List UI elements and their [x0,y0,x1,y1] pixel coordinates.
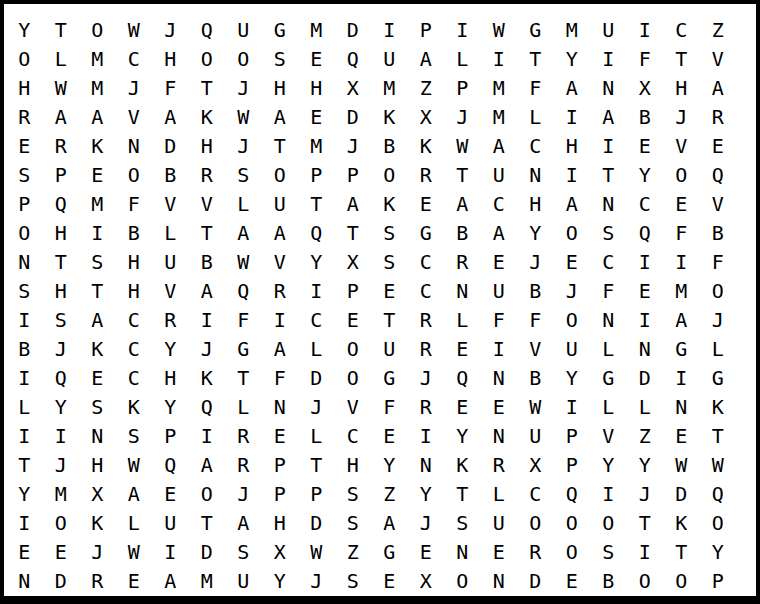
grid-cell-r5c19[interactable]: V [663,131,700,160]
grid-cell-r16c19[interactable]: W [663,451,700,480]
grid-cell-r18c3[interactable]: K [79,509,116,538]
grid-cell-r17c15[interactable]: C [517,480,554,509]
grid-cell-r15c1[interactable]: I [6,422,43,451]
grid-cell-r3c2[interactable]: W [43,73,80,102]
grid-cell-r5c5[interactable]: D [152,131,189,160]
grid-cell-r20c8[interactable]: Y [262,567,299,596]
grid-cell-r11c10[interactable]: E [335,305,372,334]
grid-cell-r12c15[interactable]: V [517,335,554,364]
grid-cell-r6c13[interactable]: T [444,160,481,189]
grid-cell-r20c14[interactable]: N [481,567,518,596]
grid-cell-r12c19[interactable]: G [663,335,700,364]
grid-cell-r3c19[interactable]: H [663,73,700,102]
grid-cell-r1c5[interactable]: J [152,15,189,44]
grid-cell-r20c17[interactable]: B [590,567,627,596]
grid-cell-r3c1[interactable]: H [6,73,43,102]
grid-cell-r5c9[interactable]: M [298,131,335,160]
grid-cell-r2c2[interactable]: L [43,44,80,73]
grid-cell-r12c6[interactable]: J [189,335,226,364]
grid-cell-r4c11[interactable]: K [371,102,408,131]
grid-cell-r19c20[interactable]: Y [700,538,737,567]
grid-cell-r6c14[interactable]: U [481,160,518,189]
grid-cell-r10c3[interactable]: T [79,276,116,305]
grid-cell-r1c8[interactable]: G [262,15,299,44]
grid-cell-r18c18[interactable]: T [627,509,664,538]
grid-cell-r8c9[interactable]: Q [298,218,335,247]
grid-cell-r11c5[interactable]: R [152,305,189,334]
grid-cell-r20c16[interactable]: E [554,567,591,596]
grid-cell-r15c11[interactable]: E [371,422,408,451]
grid-cell-r2c9[interactable]: E [298,44,335,73]
grid-cell-r9c20[interactable]: F [700,247,737,276]
grid-cell-r5c15[interactable]: C [517,131,554,160]
grid-cell-r14c16[interactable]: I [554,393,591,422]
grid-cell-r20c5[interactable]: A [152,567,189,596]
grid-cell-r12c7[interactable]: G [225,335,262,364]
grid-cell-r10c14[interactable]: U [481,276,518,305]
grid-cell-r20c19[interactable]: O [663,567,700,596]
grid-cell-r9c8[interactable]: V [262,247,299,276]
grid-cell-r13c10[interactable]: O [335,364,372,393]
grid-cell-r19c12[interactable]: E [408,538,445,567]
grid-cell-r1c11[interactable]: I [371,15,408,44]
grid-cell-r6c6[interactable]: R [189,160,226,189]
grid-cell-r14c15[interactable]: W [517,393,554,422]
grid-cell-r19c19[interactable]: T [663,538,700,567]
grid-cell-r19c18[interactable]: I [627,538,664,567]
grid-cell-r15c18[interactable]: Z [627,422,664,451]
grid-cell-r16c18[interactable]: Y [627,451,664,480]
grid-cell-r11c12[interactable]: R [408,305,445,334]
grid-cell-r13c18[interactable]: D [627,364,664,393]
grid-cell-r17c20[interactable]: Q [700,480,737,509]
grid-cell-r17c3[interactable]: X [79,480,116,509]
grid-cell-r14c3[interactable]: S [79,393,116,422]
grid-cell-r7c9[interactable]: T [298,189,335,218]
grid-cell-r8c1[interactable]: O [6,218,43,247]
grid-cell-r2c1[interactable]: O [6,44,43,73]
grid-cell-r13c5[interactable]: H [152,364,189,393]
grid-cell-r11c2[interactable]: S [43,305,80,334]
grid-cell-r14c14[interactable]: E [481,393,518,422]
grid-cell-r1c10[interactable]: D [335,15,372,44]
grid-cell-r6c4[interactable]: O [116,160,153,189]
grid-cell-r10c6[interactable]: A [189,276,226,305]
grid-cell-r7c11[interactable]: K [371,189,408,218]
grid-cell-r10c10[interactable]: P [335,276,372,305]
grid-cell-r13c11[interactable]: G [371,364,408,393]
grid-cell-r8c8[interactable]: A [262,218,299,247]
grid-cell-r8c13[interactable]: B [444,218,481,247]
grid-cell-r20c12[interactable]: X [408,567,445,596]
grid-cell-r2c19[interactable]: T [663,44,700,73]
grid-cell-r18c17[interactable]: O [590,509,627,538]
grid-cell-r17c6[interactable]: O [189,480,226,509]
grid-cell-r20c3[interactable]: R [79,567,116,596]
grid-cell-r14c6[interactable]: Q [189,393,226,422]
grid-cell-r16c17[interactable]: Y [590,451,627,480]
grid-cell-r6c15[interactable]: N [517,160,554,189]
grid-cell-r8c19[interactable]: F [663,218,700,247]
grid-cell-r2c4[interactable]: C [116,44,153,73]
grid-cell-r16c11[interactable]: Y [371,451,408,480]
grid-cell-r16c13[interactable]: K [444,451,481,480]
grid-cell-r3c20[interactable]: A [700,73,737,102]
grid-cell-r7c13[interactable]: A [444,189,481,218]
grid-cell-r15c10[interactable]: C [335,422,372,451]
grid-cell-r16c5[interactable]: Q [152,451,189,480]
grid-cell-r11c6[interactable]: I [189,305,226,334]
grid-cell-r10c9[interactable]: I [298,276,335,305]
grid-cell-r17c12[interactable]: Y [408,480,445,509]
grid-cell-r13c7[interactable]: T [225,364,262,393]
grid-cell-r6c20[interactable]: Q [700,160,737,189]
grid-cell-r6c17[interactable]: T [590,160,627,189]
grid-cell-r9c2[interactable]: T [43,247,80,276]
grid-cell-r16c10[interactable]: H [335,451,372,480]
grid-cell-r2c15[interactable]: T [517,44,554,73]
grid-cell-r4c9[interactable]: E [298,102,335,131]
grid-cell-r2c3[interactable]: M [79,44,116,73]
grid-cell-r7c12[interactable]: E [408,189,445,218]
grid-cell-r4c16[interactable]: I [554,102,591,131]
grid-cell-r17c9[interactable]: P [298,480,335,509]
grid-cell-r13c14[interactable]: N [481,364,518,393]
grid-cell-r11c1[interactable]: I [6,305,43,334]
grid-cell-r3c18[interactable]: X [627,73,664,102]
grid-cell-r2c10[interactable]: Q [335,44,372,73]
grid-cell-r20c18[interactable]: O [627,567,664,596]
grid-cell-r9c13[interactable]: R [444,247,481,276]
grid-cell-r9c16[interactable]: E [554,247,591,276]
grid-cell-r12c10[interactable]: O [335,335,372,364]
grid-cell-r13c13[interactable]: Q [444,364,481,393]
grid-cell-r16c20[interactable]: W [700,451,737,480]
grid-cell-r19c10[interactable]: Z [335,538,372,567]
grid-cell-r18c19[interactable]: K [663,509,700,538]
grid-cell-r13c2[interactable]: Q [43,364,80,393]
grid-cell-r8c20[interactable]: B [700,218,737,247]
grid-cell-r11c17[interactable]: N [590,305,627,334]
grid-cell-r19c15[interactable]: R [517,538,554,567]
grid-cell-r6c7[interactable]: S [225,160,262,189]
grid-cell-r5c11[interactable]: B [371,131,408,160]
grid-cell-r17c10[interactable]: S [335,480,372,509]
grid-cell-r14c18[interactable]: L [627,393,664,422]
grid-cell-r15c17[interactable]: V [590,422,627,451]
grid-cell-r17c19[interactable]: D [663,480,700,509]
grid-cell-r15c2[interactable]: I [43,422,80,451]
grid-cell-r17c2[interactable]: M [43,480,80,509]
grid-cell-r11c3[interactable]: A [79,305,116,334]
grid-cell-r12c11[interactable]: U [371,335,408,364]
grid-cell-r1c3[interactable]: O [79,15,116,44]
grid-cell-r8c15[interactable]: Y [517,218,554,247]
grid-cell-r16c14[interactable]: R [481,451,518,480]
grid-cell-r12c9[interactable]: L [298,335,335,364]
grid-cell-r7c8[interactable]: U [262,189,299,218]
grid-cell-r11c16[interactable]: O [554,305,591,334]
grid-cell-r12c16[interactable]: U [554,335,591,364]
grid-cell-r2c7[interactable]: O [225,44,262,73]
grid-cell-r10c7[interactable]: Q [225,276,262,305]
grid-cell-r17c1[interactable]: Y [6,480,43,509]
grid-cell-r5c18[interactable]: E [627,131,664,160]
grid-cell-r2c12[interactable]: A [408,44,445,73]
grid-cell-r18c16[interactable]: O [554,509,591,538]
grid-cell-r13c1[interactable]: I [6,364,43,393]
grid-cell-r5c4[interactable]: N [116,131,153,160]
grid-cell-r4c12[interactable]: X [408,102,445,131]
grid-cell-r15c12[interactable]: I [408,422,445,451]
grid-cell-r12c3[interactable]: K [79,335,116,364]
grid-cell-r4c2[interactable]: A [43,102,80,131]
grid-cell-r20c11[interactable]: E [371,567,408,596]
grid-cell-r9c19[interactable]: I [663,247,700,276]
grid-cell-r11c4[interactable]: C [116,305,153,334]
grid-cell-r4c3[interactable]: A [79,102,116,131]
grid-cell-r18c13[interactable]: S [444,509,481,538]
grid-cell-r17c17[interactable]: I [590,480,627,509]
grid-cell-r19c6[interactable]: D [189,538,226,567]
grid-cell-r7c10[interactable]: A [335,189,372,218]
grid-cell-r18c10[interactable]: S [335,509,372,538]
grid-cell-r11c11[interactable]: T [371,305,408,334]
grid-cell-r12c14[interactable]: I [481,335,518,364]
grid-cell-r18c7[interactable]: A [225,509,262,538]
grid-cell-r6c2[interactable]: P [43,160,80,189]
grid-cell-r19c14[interactable]: E [481,538,518,567]
grid-cell-r8c2[interactable]: H [43,218,80,247]
grid-cell-r5c6[interactable]: H [189,131,226,160]
grid-cell-r9c1[interactable]: N [6,247,43,276]
grid-cell-r3c16[interactable]: A [554,73,591,102]
grid-cell-r3c3[interactable]: M [79,73,116,102]
grid-cell-r20c10[interactable]: S [335,567,372,596]
grid-cell-r4c17[interactable]: A [590,102,627,131]
grid-cell-r1c17[interactable]: U [590,15,627,44]
grid-cell-r2c8[interactable]: S [262,44,299,73]
grid-cell-r8c17[interactable]: S [590,218,627,247]
grid-cell-r11c8[interactable]: I [262,305,299,334]
grid-cell-r6c19[interactable]: O [663,160,700,189]
grid-cell-r20c13[interactable]: O [444,567,481,596]
grid-cell-r5c13[interactable]: W [444,131,481,160]
grid-cell-r18c15[interactable]: O [517,509,554,538]
grid-cell-r8c6[interactable]: T [189,218,226,247]
grid-cell-r6c18[interactable]: Y [627,160,664,189]
grid-cell-r13c6[interactable]: K [189,364,226,393]
grid-cell-r9c3[interactable]: S [79,247,116,276]
grid-cell-r7c1[interactable]: P [6,189,43,218]
grid-cell-r4c20[interactable]: R [700,102,737,131]
grid-cell-r16c6[interactable]: A [189,451,226,480]
grid-cell-r9c5[interactable]: U [152,247,189,276]
grid-cell-r5c8[interactable]: T [262,131,299,160]
grid-cell-r11c7[interactable]: F [225,305,262,334]
grid-cell-r18c20[interactable]: O [700,509,737,538]
grid-cell-r14c11[interactable]: F [371,393,408,422]
grid-cell-r8c3[interactable]: I [79,218,116,247]
grid-cell-r8c7[interactable]: A [225,218,262,247]
grid-cell-r1c6[interactable]: Q [189,15,226,44]
grid-cell-r19c16[interactable]: O [554,538,591,567]
grid-cell-r20c4[interactable]: E [116,567,153,596]
grid-cell-r17c16[interactable]: Q [554,480,591,509]
grid-cell-r11c20[interactable]: J [700,305,737,334]
grid-cell-r7c20[interactable]: V [700,189,737,218]
grid-cell-r7c3[interactable]: M [79,189,116,218]
grid-cell-r20c15[interactable]: D [517,567,554,596]
grid-cell-r19c8[interactable]: X [262,538,299,567]
grid-cell-r15c13[interactable]: Y [444,422,481,451]
grid-cell-r11c19[interactable]: A [663,305,700,334]
grid-cell-r9c17[interactable]: C [590,247,627,276]
grid-cell-r16c8[interactable]: P [262,451,299,480]
grid-cell-r18c5[interactable]: U [152,509,189,538]
grid-cell-r18c2[interactable]: O [43,509,80,538]
grid-cell-r3c4[interactable]: J [116,73,153,102]
grid-cell-r17c8[interactable]: P [262,480,299,509]
grid-cell-r16c12[interactable]: N [408,451,445,480]
grid-cell-r7c16[interactable]: A [554,189,591,218]
grid-cell-r10c4[interactable]: H [116,276,153,305]
grid-cell-r14c10[interactable]: V [335,393,372,422]
grid-cell-r10c5[interactable]: V [152,276,189,305]
grid-cell-r6c5[interactable]: B [152,160,189,189]
grid-cell-r13c12[interactable]: J [408,364,445,393]
grid-cell-r4c10[interactable]: D [335,102,372,131]
grid-cell-r14c7[interactable]: L [225,393,262,422]
grid-cell-r12c17[interactable]: L [590,335,627,364]
grid-cell-r15c20[interactable]: T [700,422,737,451]
grid-cell-r10c19[interactable]: M [663,276,700,305]
grid-cell-r4c4[interactable]: V [116,102,153,131]
grid-cell-r8c5[interactable]: L [152,218,189,247]
grid-cell-r18c9[interactable]: D [298,509,335,538]
grid-cell-r12c8[interactable]: A [262,335,299,364]
grid-cell-r1c2[interactable]: T [43,15,80,44]
grid-cell-r16c3[interactable]: H [79,451,116,480]
grid-cell-r14c2[interactable]: Y [43,393,80,422]
grid-cell-r14c4[interactable]: K [116,393,153,422]
grid-cell-r18c14[interactable]: U [481,509,518,538]
grid-cell-r1c19[interactable]: C [663,15,700,44]
grid-cell-r13c4[interactable]: C [116,364,153,393]
grid-cell-r10c2[interactable]: H [43,276,80,305]
grid-cell-r4c8[interactable]: A [262,102,299,131]
grid-cell-r3c15[interactable]: F [517,73,554,102]
grid-cell-r10c12[interactable]: C [408,276,445,305]
grid-cell-r7c19[interactable]: E [663,189,700,218]
grid-cell-r19c17[interactable]: S [590,538,627,567]
grid-cell-r3c6[interactable]: T [189,73,226,102]
grid-cell-r7c2[interactable]: Q [43,189,80,218]
grid-cell-r16c9[interactable]: T [298,451,335,480]
grid-cell-r14c20[interactable]: K [700,393,737,422]
grid-cell-r7c15[interactable]: H [517,189,554,218]
grid-cell-r14c5[interactable]: Y [152,393,189,422]
grid-cell-r9c4[interactable]: H [116,247,153,276]
grid-cell-r16c4[interactable]: W [116,451,153,480]
grid-cell-r2c13[interactable]: L [444,44,481,73]
grid-cell-r9c6[interactable]: B [189,247,226,276]
grid-cell-r19c9[interactable]: W [298,538,335,567]
grid-cell-r6c12[interactable]: R [408,160,445,189]
grid-cell-r5c14[interactable]: A [481,131,518,160]
grid-cell-r6c3[interactable]: E [79,160,116,189]
grid-cell-r4c19[interactable]: J [663,102,700,131]
grid-cell-r18c1[interactable]: I [6,509,43,538]
grid-cell-r16c2[interactable]: J [43,451,80,480]
grid-cell-r20c9[interactable]: J [298,567,335,596]
grid-cell-r11c18[interactable]: I [627,305,664,334]
grid-cell-r8c14[interactable]: A [481,218,518,247]
grid-cell-r12c1[interactable]: B [6,335,43,364]
grid-cell-r19c2[interactable]: E [43,538,80,567]
grid-cell-r1c12[interactable]: P [408,15,445,44]
grid-cell-r12c2[interactable]: J [43,335,80,364]
grid-cell-r17c13[interactable]: T [444,480,481,509]
grid-cell-r2c20[interactable]: V [700,44,737,73]
grid-cell-r13c19[interactable]: I [663,364,700,393]
grid-cell-r13c8[interactable]: F [262,364,299,393]
grid-cell-r3c8[interactable]: H [262,73,299,102]
grid-cell-r14c12[interactable]: R [408,393,445,422]
grid-cell-r12c5[interactable]: Y [152,335,189,364]
grid-cell-r11c9[interactable]: C [298,305,335,334]
grid-cell-r19c7[interactable]: S [225,538,262,567]
grid-cell-r8c18[interactable]: Q [627,218,664,247]
grid-cell-r4c15[interactable]: L [517,102,554,131]
grid-cell-r7c7[interactable]: L [225,189,262,218]
grid-cell-r6c9[interactable]: P [298,160,335,189]
grid-cell-r9c9[interactable]: Y [298,247,335,276]
grid-cell-r7c4[interactable]: F [116,189,153,218]
grid-cell-r12c4[interactable]: C [116,335,153,364]
grid-cell-r3c7[interactable]: J [225,73,262,102]
grid-cell-r8c12[interactable]: G [408,218,445,247]
grid-cell-r14c1[interactable]: L [6,393,43,422]
grid-cell-r9c12[interactable]: C [408,247,445,276]
grid-cell-r4c6[interactable]: K [189,102,226,131]
grid-cell-r15c9[interactable]: L [298,422,335,451]
grid-cell-r4c5[interactable]: A [152,102,189,131]
grid-cell-r1c13[interactable]: I [444,15,481,44]
grid-cell-r8c11[interactable]: S [371,218,408,247]
grid-cell-r7c14[interactable]: C [481,189,518,218]
grid-cell-r20c2[interactable]: D [43,567,80,596]
grid-cell-r1c1[interactable]: Y [6,15,43,44]
grid-cell-r1c15[interactable]: G [517,15,554,44]
grid-cell-r20c1[interactable]: N [6,567,43,596]
grid-cell-r6c16[interactable]: I [554,160,591,189]
grid-cell-r10c17[interactable]: F [590,276,627,305]
grid-cell-r3c5[interactable]: F [152,73,189,102]
grid-cell-r17c5[interactable]: E [152,480,189,509]
grid-cell-r5c17[interactable]: I [590,131,627,160]
grid-cell-r15c14[interactable]: N [481,422,518,451]
grid-cell-r7c5[interactable]: V [152,189,189,218]
grid-cell-r15c3[interactable]: N [79,422,116,451]
grid-cell-r19c11[interactable]: G [371,538,408,567]
grid-cell-r19c4[interactable]: W [116,538,153,567]
grid-cell-r2c18[interactable]: F [627,44,664,73]
grid-cell-r2c11[interactable]: U [371,44,408,73]
grid-cell-r14c19[interactable]: N [663,393,700,422]
grid-cell-r13c9[interactable]: D [298,364,335,393]
grid-cell-r13c15[interactable]: B [517,364,554,393]
